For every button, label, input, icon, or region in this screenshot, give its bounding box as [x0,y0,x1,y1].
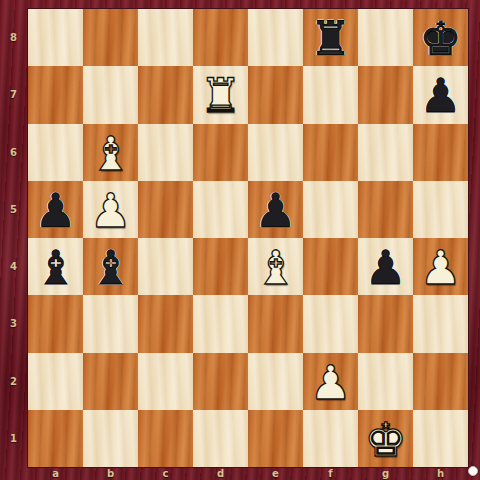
square-d3[interactable] [193,295,248,352]
square-a5[interactable]: ♟ [28,181,83,238]
square-g8[interactable] [358,9,413,66]
piece-black-p[interactable]: ♟ [254,187,296,234]
white-to-move-indicator [468,466,478,476]
square-a7[interactable] [28,66,83,123]
file-label-g: g [358,466,413,480]
square-h8[interactable]: ♚ [413,9,468,66]
square-f1[interactable] [303,410,358,467]
square-f8[interactable]: ♜ [303,9,358,66]
square-e4[interactable]: ♝ [248,238,303,295]
piece-black-p[interactable]: ♟ [419,72,461,119]
square-g5[interactable] [358,181,413,238]
piece-black-k[interactable]: ♚ [419,15,461,62]
square-h2[interactable] [413,353,468,410]
square-h6[interactable] [413,124,468,181]
square-b5[interactable]: ♟ [83,181,138,238]
file-label-c: c [138,466,193,480]
square-h3[interactable] [413,295,468,352]
square-d5[interactable] [193,181,248,238]
square-a4[interactable]: ♝ [28,238,83,295]
square-c5[interactable] [138,181,193,238]
square-c3[interactable] [138,295,193,352]
square-a6[interactable] [28,124,83,181]
file-label-a: a [28,466,83,480]
square-e3[interactable] [248,295,303,352]
square-b4[interactable]: ♝ [83,238,138,295]
piece-black-b[interactable]: ♝ [89,244,131,291]
square-c4[interactable] [138,238,193,295]
rank-label-6: 6 [0,124,27,181]
square-c6[interactable] [138,124,193,181]
square-g2[interactable] [358,353,413,410]
piece-black-b[interactable]: ♝ [34,244,76,291]
piece-black-p[interactable]: ♟ [34,187,76,234]
rank-label-8: 8 [0,9,27,66]
piece-white-b[interactable]: ♝ [254,244,296,291]
square-d1[interactable] [193,410,248,467]
square-d2[interactable] [193,353,248,410]
square-f7[interactable] [303,66,358,123]
square-d6[interactable] [193,124,248,181]
piece-black-r[interactable]: ♜ [309,15,351,62]
square-b2[interactable] [83,353,138,410]
square-f6[interactable] [303,124,358,181]
square-h5[interactable] [413,181,468,238]
piece-white-p[interactable]: ♟ [89,187,131,234]
piece-black-p[interactable]: ♟ [364,244,406,291]
piece-white-r[interactable]: ♜ [199,72,241,119]
square-d8[interactable] [193,9,248,66]
square-e8[interactable] [248,9,303,66]
square-c2[interactable] [138,353,193,410]
square-c7[interactable] [138,66,193,123]
square-a8[interactable] [28,9,83,66]
chess-board: ♜♚♜♟♝♟♟♟♝♝♝♟♟♟♚ [28,9,468,467]
square-f3[interactable] [303,295,358,352]
rank-label-7: 7 [0,66,27,123]
square-d4[interactable] [193,238,248,295]
file-label-e: e [248,466,303,480]
square-e5[interactable]: ♟ [248,181,303,238]
square-h4[interactable]: ♟ [413,238,468,295]
square-c1[interactable] [138,410,193,467]
square-e2[interactable] [248,353,303,410]
square-g6[interactable] [358,124,413,181]
square-e7[interactable] [248,66,303,123]
square-h7[interactable]: ♟ [413,66,468,123]
rank-label-4: 4 [0,238,27,295]
square-a1[interactable] [28,410,83,467]
square-b6[interactable]: ♝ [83,124,138,181]
square-f5[interactable] [303,181,358,238]
square-a3[interactable] [28,295,83,352]
rank-label-1: 1 [0,410,27,467]
square-g1[interactable]: ♚ [358,410,413,467]
piece-white-k[interactable]: ♚ [364,416,406,463]
square-e6[interactable] [248,124,303,181]
square-b8[interactable] [83,9,138,66]
square-f2[interactable]: ♟ [303,353,358,410]
rank-label-5: 5 [0,181,27,238]
square-g3[interactable] [358,295,413,352]
chess-diagram: ♜♚♜♟♝♟♟♟♝♝♝♟♟♟♚ 87654321 abcdefgh [0,0,480,480]
square-b1[interactable] [83,410,138,467]
square-e1[interactable] [248,410,303,467]
piece-white-p[interactable]: ♟ [309,359,351,406]
square-b7[interactable] [83,66,138,123]
square-b3[interactable] [83,295,138,352]
file-label-d: d [193,466,248,480]
square-g4[interactable]: ♟ [358,238,413,295]
square-g7[interactable] [358,66,413,123]
piece-white-p[interactable]: ♟ [419,244,461,291]
piece-white-b[interactable]: ♝ [89,130,131,177]
square-d7[interactable]: ♜ [193,66,248,123]
square-a2[interactable] [28,353,83,410]
file-label-f: f [303,466,358,480]
rank-label-3: 3 [0,295,27,352]
square-h1[interactable] [413,410,468,467]
file-label-h: h [413,466,468,480]
square-f4[interactable] [303,238,358,295]
square-c8[interactable] [138,9,193,66]
rank-label-2: 2 [0,353,27,410]
file-label-b: b [83,466,138,480]
